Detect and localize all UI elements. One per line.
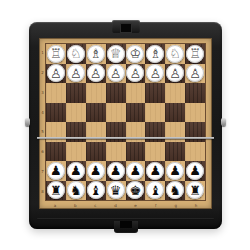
fold-hinge-line	[37, 137, 214, 139]
square-e7[interactable]: ♟	[126, 161, 146, 181]
square-d7[interactable]: ♟	[106, 161, 126, 181]
square-g8[interactable]: ♞	[165, 181, 185, 201]
bottom-latch[interactable]	[114, 221, 138, 233]
piece-black-queen[interactable]: ♛	[107, 181, 125, 199]
piece-white-pawn[interactable]: ♙	[146, 64, 164, 82]
square-d3[interactable]	[106, 83, 126, 103]
file-label-b: b	[65, 202, 85, 208]
square-d6[interactable]	[106, 142, 126, 162]
piece-black-king[interactable]: ♚	[126, 181, 144, 199]
top-latch-slot-icon	[120, 23, 132, 33]
piece-black-bishop[interactable]: ♝	[146, 181, 164, 199]
piece-white-pawn[interactable]: ♙	[126, 64, 144, 82]
piece-black-pawn[interactable]: ♟	[166, 162, 184, 180]
square-g2[interactable]: ♙	[165, 64, 185, 84]
square-h2[interactable]: ♙	[185, 64, 205, 84]
square-c6[interactable]	[86, 142, 106, 162]
product-photo: 12345678 abcdefgh ♖♘♗♕♔♗♘♖♙♙♙♙♙♙♙♙♟♟♟♟♟♟…	[0, 0, 250, 250]
square-g6[interactable]	[165, 142, 185, 162]
piece-white-rook[interactable]: ♖	[186, 45, 204, 63]
square-a4[interactable]	[46, 103, 66, 123]
square-h1[interactable]: ♖	[185, 44, 205, 64]
square-c4[interactable]	[86, 103, 106, 123]
square-e4[interactable]	[126, 103, 146, 123]
square-c7[interactable]: ♟	[86, 161, 106, 181]
piece-black-bishop[interactable]: ♝	[87, 181, 105, 199]
square-b6[interactable]	[66, 142, 86, 162]
piece-white-pawn[interactable]: ♙	[186, 64, 204, 82]
top-latch[interactable]	[112, 20, 140, 33]
square-e6[interactable]	[126, 142, 146, 162]
square-e8[interactable]: ♚	[126, 181, 146, 201]
square-f4[interactable]	[145, 103, 165, 123]
square-a1[interactable]: ♖	[46, 44, 66, 64]
square-a6[interactable]	[46, 142, 66, 162]
piece-white-knight[interactable]: ♘	[166, 45, 184, 63]
piece-white-bishop[interactable]: ♗	[87, 45, 105, 63]
piece-white-pawn[interactable]: ♙	[166, 64, 184, 82]
square-b4[interactable]	[66, 103, 86, 123]
piece-black-pawn[interactable]: ♟	[107, 162, 125, 180]
piece-black-knight[interactable]: ♞	[67, 181, 85, 199]
square-h6[interactable]	[185, 142, 205, 162]
square-c1[interactable]: ♗	[86, 44, 106, 64]
file-label-d: d	[105, 202, 125, 208]
hinge-left-icon	[25, 118, 30, 126]
square-d4[interactable]	[106, 103, 126, 123]
square-f7[interactable]: ♟	[145, 161, 165, 181]
square-d2[interactable]: ♙	[106, 64, 126, 84]
square-f6[interactable]	[145, 142, 165, 162]
piece-white-bishop[interactable]: ♗	[146, 45, 164, 63]
square-b7[interactable]: ♟	[66, 161, 86, 181]
square-b8[interactable]: ♞	[66, 181, 86, 201]
square-h8[interactable]: ♜	[185, 181, 205, 201]
hinge-right-icon	[221, 118, 226, 126]
chess-board: 12345678 abcdefgh ♖♘♗♕♔♗♘♖♙♙♙♙♙♙♙♙♟♟♟♟♟♟…	[39, 38, 212, 209]
square-c3[interactable]	[86, 83, 106, 103]
square-g7[interactable]: ♟	[165, 161, 185, 181]
square-b3[interactable]	[66, 83, 86, 103]
bottom-latch-slot-icon	[120, 221, 132, 228]
piece-black-pawn[interactable]: ♟	[47, 162, 65, 180]
square-a8[interactable]: ♜	[46, 181, 66, 201]
piece-white-pawn[interactable]: ♙	[107, 64, 125, 82]
piece-black-rook[interactable]: ♜	[186, 181, 204, 199]
square-a7[interactable]: ♟	[46, 161, 66, 181]
piece-white-rook[interactable]: ♖	[47, 45, 65, 63]
piece-white-pawn[interactable]: ♙	[67, 64, 85, 82]
piece-white-knight[interactable]: ♘	[67, 45, 85, 63]
file-labels: abcdefgh	[45, 202, 206, 208]
file-label-g: g	[166, 202, 186, 208]
piece-white-pawn[interactable]: ♙	[87, 64, 105, 82]
square-c2[interactable]: ♙	[86, 64, 106, 84]
square-f1[interactable]: ♗	[145, 44, 165, 64]
square-f2[interactable]: ♙	[145, 64, 165, 84]
file-label-h: h	[186, 202, 206, 208]
square-g1[interactable]: ♘	[165, 44, 185, 64]
square-h4[interactable]	[185, 103, 205, 123]
square-h7[interactable]: ♟	[185, 161, 205, 181]
square-e3[interactable]	[126, 83, 146, 103]
piece-black-pawn[interactable]: ♟	[67, 162, 85, 180]
piece-black-knight[interactable]: ♞	[166, 181, 184, 199]
square-f3[interactable]	[145, 83, 165, 103]
square-d1[interactable]: ♕	[106, 44, 126, 64]
square-e2[interactable]: ♙	[126, 64, 146, 84]
piece-white-queen[interactable]: ♕	[107, 45, 125, 63]
square-b1[interactable]: ♘	[66, 44, 86, 64]
piece-black-rook[interactable]: ♜	[47, 181, 65, 199]
square-g4[interactable]	[165, 103, 185, 123]
square-h3[interactable]	[185, 83, 205, 103]
piece-black-pawn[interactable]: ♟	[146, 162, 164, 180]
piece-black-pawn[interactable]: ♟	[126, 162, 144, 180]
folding-chess-set: 12345678 abcdefgh ♖♘♗♕♔♗♘♖♙♙♙♙♙♙♙♙♟♟♟♟♟♟…	[29, 22, 222, 229]
file-label-c: c	[85, 202, 105, 208]
squares-grid: ♖♘♗♕♔♗♘♖♙♙♙♙♙♙♙♙♟♟♟♟♟♟♟♟♜♞♝♛♚♝♞♜	[45, 43, 206, 201]
piece-white-pawn[interactable]: ♙	[47, 64, 65, 82]
file-label-f: f	[146, 202, 166, 208]
square-b2[interactable]: ♙	[66, 64, 86, 84]
file-label-a: a	[45, 202, 65, 208]
piece-black-pawn[interactable]: ♟	[186, 162, 204, 180]
piece-white-king[interactable]: ♔	[126, 45, 144, 63]
square-g3[interactable]	[165, 83, 185, 103]
file-label-e: e	[126, 202, 146, 208]
square-a3[interactable]	[46, 83, 66, 103]
square-e1[interactable]: ♔	[126, 44, 146, 64]
frame-ridge	[37, 218, 214, 220]
square-c8[interactable]: ♝	[86, 181, 106, 201]
square-d8[interactable]: ♛	[106, 181, 126, 201]
piece-black-pawn[interactable]: ♟	[87, 162, 105, 180]
square-f8[interactable]: ♝	[145, 181, 165, 201]
square-a2[interactable]: ♙	[46, 64, 66, 84]
